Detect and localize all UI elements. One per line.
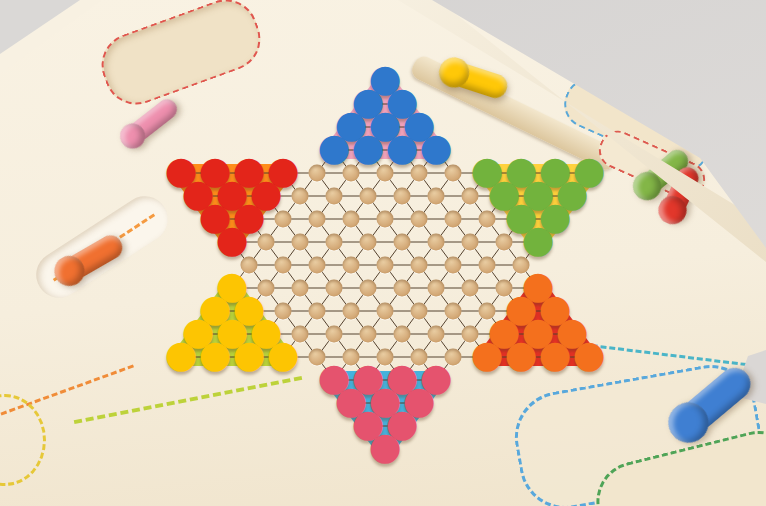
hole[interactable] bbox=[326, 188, 343, 205]
peg-yellow[interactable]: ● bbox=[164, 335, 197, 373]
hole[interactable] bbox=[394, 234, 411, 251]
hole[interactable] bbox=[360, 280, 377, 297]
hole[interactable] bbox=[428, 188, 445, 205]
hole[interactable] bbox=[292, 234, 309, 251]
peg-green[interactable]: ● bbox=[521, 220, 554, 258]
peg-red[interactable]: ● bbox=[215, 220, 248, 258]
hole[interactable] bbox=[394, 188, 411, 205]
peg-yellow[interactable]: ● bbox=[198, 335, 231, 373]
hole[interactable] bbox=[377, 211, 394, 228]
hole[interactable] bbox=[411, 211, 428, 228]
peg-orange[interactable]: ● bbox=[470, 335, 503, 373]
peg-orange[interactable]: ● bbox=[504, 335, 537, 373]
hole[interactable] bbox=[445, 211, 462, 228]
hole[interactable] bbox=[309, 211, 326, 228]
hole[interactable] bbox=[462, 280, 479, 297]
hole[interactable] bbox=[428, 280, 445, 297]
hole[interactable] bbox=[326, 326, 343, 343]
hole[interactable] bbox=[360, 188, 377, 205]
peg-blue[interactable]: ● bbox=[317, 128, 350, 166]
peg-blue[interactable]: ● bbox=[419, 128, 452, 166]
hole[interactable] bbox=[343, 303, 360, 320]
hole[interactable] bbox=[309, 257, 326, 274]
hole[interactable] bbox=[360, 326, 377, 343]
hole[interactable] bbox=[445, 303, 462, 320]
scene: ●●●●●●●●●●●●●●●●●●●●●●●●●●●●●●●●●●●●●●●●… bbox=[0, 0, 766, 506]
peg-pink[interactable]: ● bbox=[368, 427, 401, 465]
hole[interactable] bbox=[411, 303, 428, 320]
hole[interactable] bbox=[428, 326, 445, 343]
peg-blue[interactable]: ● bbox=[351, 128, 384, 166]
hole[interactable] bbox=[411, 257, 428, 274]
peg-yellow[interactable]: ● bbox=[232, 335, 265, 373]
hole[interactable] bbox=[394, 280, 411, 297]
hole[interactable] bbox=[326, 234, 343, 251]
hole[interactable] bbox=[360, 234, 377, 251]
hole[interactable] bbox=[445, 257, 462, 274]
peg-orange[interactable]: ● bbox=[538, 335, 571, 373]
hole[interactable] bbox=[275, 257, 292, 274]
hole[interactable] bbox=[343, 257, 360, 274]
peg-blue[interactable]: ● bbox=[385, 128, 418, 166]
hole[interactable] bbox=[377, 257, 394, 274]
hole[interactable] bbox=[292, 280, 309, 297]
hole[interactable] bbox=[479, 257, 496, 274]
hole[interactable] bbox=[394, 326, 411, 343]
peg-yellow[interactable]: ● bbox=[266, 335, 299, 373]
hole[interactable] bbox=[309, 303, 326, 320]
hole[interactable] bbox=[326, 280, 343, 297]
hole[interactable] bbox=[462, 234, 479, 251]
hole[interactable] bbox=[343, 211, 360, 228]
hole[interactable] bbox=[377, 303, 394, 320]
hole[interactable] bbox=[428, 234, 445, 251]
peg-orange[interactable]: ● bbox=[572, 335, 605, 373]
